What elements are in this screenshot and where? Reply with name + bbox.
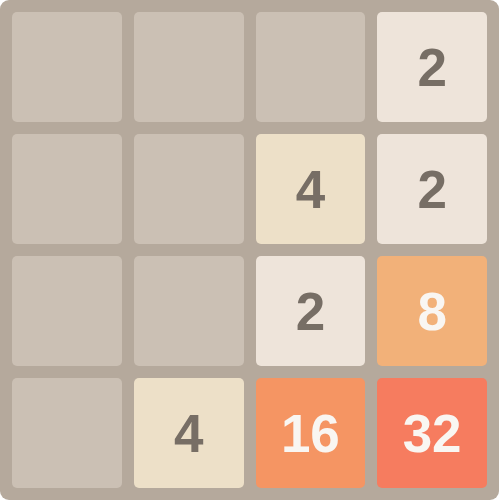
- tile-4: 4: [134, 378, 244, 488]
- tile-16: 16: [256, 378, 366, 488]
- tile-32: 32: [377, 378, 487, 488]
- tile-2: 2: [377, 134, 487, 244]
- empty-cell: [12, 256, 122, 366]
- empty-cell: [134, 134, 244, 244]
- empty-cell: [12, 378, 122, 488]
- tile-2: 2: [377, 12, 487, 122]
- empty-cell: [256, 12, 366, 122]
- tile-8: 8: [377, 256, 487, 366]
- empty-cell: [12, 12, 122, 122]
- empty-cell: [134, 12, 244, 122]
- board-2048[interactable]: 2422841632: [0, 0, 499, 500]
- empty-cell: [134, 256, 244, 366]
- tile-2: 2: [256, 256, 366, 366]
- tile-4: 4: [256, 134, 366, 244]
- empty-cell: [12, 134, 122, 244]
